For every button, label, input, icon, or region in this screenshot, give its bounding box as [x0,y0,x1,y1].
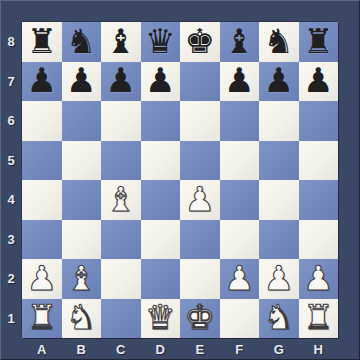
piece-black-queen: ♛ [145,24,175,58]
square-d7[interactable]: ♟ [141,62,181,102]
piece-white-knight: ♞ [66,300,96,334]
square-e1[interactable]: ♚ [180,299,220,339]
rank-label-2: 2 [0,259,22,299]
square-a2[interactable]: ♟ [22,259,62,299]
square-f7[interactable]: ♟ [220,62,260,102]
square-e5[interactable] [180,141,220,181]
square-e4[interactable]: ♟ [180,180,220,220]
square-a6[interactable] [22,101,62,141]
square-b1[interactable]: ♞ [62,299,102,339]
square-e8[interactable]: ♚ [180,22,220,62]
square-f5[interactable] [220,141,260,181]
piece-white-king: ♚ [185,300,215,334]
square-h5[interactable] [299,141,339,181]
square-g2[interactable]: ♟ [259,259,299,299]
chess-board-frame: 87654321 ABCDEFGH ♜♞♝♛♚♝♞♜♟♟♟♟♟♟♟♝♟♟♝♟♟♟… [0,0,360,360]
square-b2[interactable]: ♝ [62,259,102,299]
file-label-d: D [141,338,181,360]
square-c1[interactable] [101,299,141,339]
square-d3[interactable] [141,220,181,260]
square-g8[interactable]: ♞ [259,22,299,62]
piece-black-pawn: ♟ [303,63,333,97]
square-a4[interactable] [22,180,62,220]
square-g1[interactable]: ♞ [259,299,299,339]
chess-board: ♜♞♝♛♚♝♞♜♟♟♟♟♟♟♟♝♟♟♝♟♟♟♜♞♛♚♞♜ [22,22,338,338]
rank-label-8: 8 [0,22,22,62]
square-h8[interactable]: ♜ [299,22,339,62]
rank-label-6: 6 [0,101,22,141]
square-e2[interactable] [180,259,220,299]
rank-label-1: 1 [0,299,22,339]
square-h3[interactable] [299,220,339,260]
square-b7[interactable]: ♟ [62,62,102,102]
file-label-h: H [299,338,339,360]
square-g7[interactable]: ♟ [259,62,299,102]
square-a7[interactable]: ♟ [22,62,62,102]
file-labels: ABCDEFGH [22,338,338,360]
square-g4[interactable] [259,180,299,220]
square-e3[interactable] [180,220,220,260]
square-h7[interactable]: ♟ [299,62,339,102]
square-e7[interactable] [180,62,220,102]
piece-black-pawn: ♟ [27,63,57,97]
piece-black-knight: ♞ [66,24,96,58]
square-d2[interactable] [141,259,181,299]
square-e6[interactable] [180,101,220,141]
square-f4[interactable] [220,180,260,220]
square-c8[interactable]: ♝ [101,22,141,62]
rank-labels: 87654321 [0,22,22,338]
piece-black-pawn: ♟ [224,63,254,97]
square-a8[interactable]: ♜ [22,22,62,62]
square-b8[interactable]: ♞ [62,22,102,62]
piece-black-pawn: ♟ [145,63,175,97]
file-label-a: A [22,338,62,360]
rank-label-3: 3 [0,220,22,260]
file-label-e: E [180,338,220,360]
file-label-f: F [220,338,260,360]
square-g3[interactable] [259,220,299,260]
square-g5[interactable] [259,141,299,181]
piece-black-pawn: ♟ [264,63,294,97]
square-c7[interactable]: ♟ [101,62,141,102]
rank-label-4: 4 [0,180,22,220]
square-h6[interactable] [299,101,339,141]
square-d5[interactable] [141,141,181,181]
square-f8[interactable]: ♝ [220,22,260,62]
piece-white-pawn: ♟ [224,261,254,295]
piece-white-pawn: ♟ [303,261,333,295]
piece-white-bishop: ♝ [106,182,136,216]
piece-black-rook: ♜ [303,24,333,58]
piece-white-pawn: ♟ [264,261,294,295]
piece-white-queen: ♛ [145,300,175,334]
square-f2[interactable]: ♟ [220,259,260,299]
file-label-g: G [259,338,299,360]
rank-label-7: 7 [0,62,22,102]
square-g6[interactable] [259,101,299,141]
square-d8[interactable]: ♛ [141,22,181,62]
piece-black-pawn: ♟ [106,63,136,97]
square-c3[interactable] [101,220,141,260]
square-c4[interactable]: ♝ [101,180,141,220]
square-d4[interactable] [141,180,181,220]
file-label-b: B [62,338,102,360]
piece-black-pawn: ♟ [66,63,96,97]
square-h1[interactable]: ♜ [299,299,339,339]
square-a5[interactable] [22,141,62,181]
square-h2[interactable]: ♟ [299,259,339,299]
square-b5[interactable] [62,141,102,181]
square-c2[interactable] [101,259,141,299]
piece-white-pawn: ♟ [27,261,57,295]
piece-black-bishop: ♝ [106,24,136,58]
piece-black-bishop: ♝ [224,24,254,58]
piece-white-rook: ♜ [27,300,57,334]
square-f6[interactable] [220,101,260,141]
square-b3[interactable] [62,220,102,260]
square-d1[interactable]: ♛ [141,299,181,339]
piece-white-knight: ♞ [264,300,294,334]
file-label-c: C [101,338,141,360]
piece-white-rook: ♜ [303,300,333,334]
piece-black-king: ♚ [185,24,215,58]
square-f3[interactable] [220,220,260,260]
square-b6[interactable] [62,101,102,141]
square-d6[interactable] [141,101,181,141]
square-c6[interactable] [101,101,141,141]
square-a1[interactable]: ♜ [22,299,62,339]
piece-black-knight: ♞ [264,24,294,58]
piece-white-bishop: ♝ [66,261,96,295]
square-h4[interactable] [299,180,339,220]
square-c5[interactable] [101,141,141,181]
square-a3[interactable] [22,220,62,260]
piece-black-rook: ♜ [27,24,57,58]
square-b4[interactable] [62,180,102,220]
piece-white-pawn: ♟ [185,182,215,216]
rank-label-5: 5 [0,141,22,181]
square-f1[interactable] [220,299,260,339]
